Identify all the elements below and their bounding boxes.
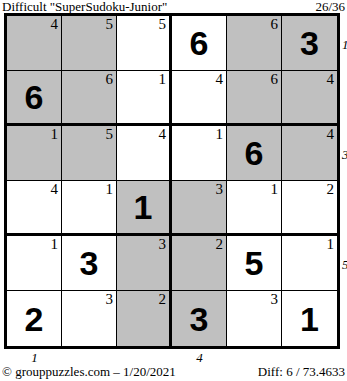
row-label-5: 5 bbox=[342, 257, 347, 270]
given-digit: 3 bbox=[190, 302, 209, 336]
cell-r4c5[interactable]: 1 bbox=[227, 181, 282, 236]
pencil-mark: 4 bbox=[51, 17, 59, 32]
puzzle-page: Difficult "SuperSudoku-Junior" 26/36 455… bbox=[0, 0, 347, 381]
pencil-mark: 4 bbox=[216, 72, 224, 87]
cell-r5c4[interactable]: 2 bbox=[172, 236, 227, 291]
pencil-mark: 1 bbox=[271, 182, 279, 197]
pencil-mark: 3 bbox=[159, 237, 167, 252]
cell-r1c3[interactable]: 5 bbox=[117, 16, 172, 71]
pencil-mark: 1 bbox=[327, 237, 335, 252]
col-label-1: 1 bbox=[31, 351, 38, 364]
pencil-mark: 1 bbox=[51, 237, 59, 252]
pencil-mark: 4 bbox=[327, 72, 335, 87]
given-digit: 2 bbox=[25, 302, 44, 336]
pencil-mark: 3 bbox=[216, 182, 224, 197]
cell-r1c5[interactable]: 6 bbox=[227, 16, 282, 71]
cell-r5c6[interactable]: 1 bbox=[282, 236, 337, 291]
cell-r4c3[interactable]: 1 bbox=[117, 181, 172, 236]
cell-r1c2[interactable]: 5 bbox=[62, 16, 117, 71]
pencil-mark: 5 bbox=[106, 127, 114, 142]
cell-r2c1[interactable]: 6 bbox=[7, 71, 62, 126]
pencil-mark: 1 bbox=[159, 72, 167, 87]
copyright-text: © grouppuzzles.com – 1/20/2021 bbox=[2, 365, 176, 379]
cell-r2c6[interactable]: 4 bbox=[282, 71, 337, 126]
pencil-mark: 4 bbox=[327, 127, 335, 142]
given-digit: 1 bbox=[300, 302, 319, 336]
cell-r6c5[interactable]: 3 bbox=[227, 291, 282, 346]
cell-r3c1[interactable]: 1 bbox=[7, 126, 62, 181]
given-digit: 1 bbox=[134, 190, 153, 224]
cell-r1c4[interactable]: 6 bbox=[172, 16, 227, 71]
cell-r1c6[interactable]: 3 bbox=[282, 16, 337, 71]
pencil-mark: 6 bbox=[271, 72, 279, 87]
given-digit: 3 bbox=[80, 246, 99, 280]
cell-r5c3[interactable]: 3 bbox=[117, 236, 172, 291]
cell-r2c5[interactable]: 6 bbox=[227, 71, 282, 126]
cell-r3c5[interactable]: 6 bbox=[227, 126, 282, 181]
cell-r5c5[interactable]: 5 bbox=[227, 236, 282, 291]
pencil-mark: 5 bbox=[159, 17, 167, 32]
pencil-mark: 5 bbox=[106, 17, 114, 32]
cell-r5c2[interactable]: 3 bbox=[62, 236, 117, 291]
cell-r4c4[interactable]: 3 bbox=[172, 181, 227, 236]
title-bar: Difficult "SuperSudoku-Junior" 26/36 bbox=[2, 0, 345, 13]
pencil-mark: 2 bbox=[327, 182, 335, 197]
pencil-mark: 2 bbox=[216, 237, 224, 252]
puzzle-counter: 26/36 bbox=[315, 0, 345, 13]
cell-r6c2[interactable]: 3 bbox=[62, 291, 117, 346]
pencil-mark: 2 bbox=[159, 292, 167, 307]
cell-r3c2[interactable]: 5 bbox=[62, 126, 117, 181]
pencil-mark: 3 bbox=[106, 292, 114, 307]
cell-r4c1[interactable]: 4 bbox=[7, 181, 62, 236]
row-label-3: 3 bbox=[342, 147, 347, 160]
cell-r1c1[interactable]: 4 bbox=[7, 16, 62, 71]
given-digit: 6 bbox=[25, 80, 44, 114]
pencil-mark: 1 bbox=[106, 182, 114, 197]
col-label-4: 4 bbox=[196, 351, 203, 364]
pencil-mark: 4 bbox=[51, 182, 59, 197]
pencil-mark: 6 bbox=[271, 17, 279, 32]
cell-r3c3[interactable]: 4 bbox=[117, 126, 172, 181]
difficulty-text: Diff: 6 / 73.4633 bbox=[258, 365, 345, 379]
page-title: Difficult "SuperSudoku-Junior" bbox=[2, 0, 167, 13]
given-digit: 6 bbox=[190, 26, 209, 60]
given-digit: 3 bbox=[300, 26, 319, 60]
pencil-mark: 6 bbox=[106, 72, 114, 87]
cell-r6c4[interactable]: 3 bbox=[172, 291, 227, 346]
pencil-mark: 4 bbox=[159, 127, 167, 142]
given-digit: 5 bbox=[245, 246, 264, 280]
pencil-mark: 3 bbox=[271, 292, 279, 307]
footer-bar: © grouppuzzles.com – 1/20/2021 Diff: 6 /… bbox=[2, 365, 345, 379]
cell-r4c6[interactable]: 2 bbox=[282, 181, 337, 236]
pencil-mark: 1 bbox=[51, 127, 59, 142]
cell-r6c3[interactable]: 2 bbox=[117, 291, 172, 346]
cell-r6c1[interactable]: 2 bbox=[7, 291, 62, 346]
cell-r4c2[interactable]: 1 bbox=[62, 181, 117, 236]
cell-r3c4[interactable]: 1 bbox=[172, 126, 227, 181]
cell-r6c6[interactable]: 1 bbox=[282, 291, 337, 346]
given-digit: 6 bbox=[245, 136, 264, 170]
row-label-1: 1 bbox=[342, 37, 347, 50]
cell-r3c6[interactable]: 4 bbox=[282, 126, 337, 181]
cell-r2c2[interactable]: 6 bbox=[62, 71, 117, 126]
cell-r2c3[interactable]: 1 bbox=[117, 71, 172, 126]
cell-r5c1[interactable]: 1 bbox=[7, 236, 62, 291]
sudoku-board: 455663661464154164411312133251232331 bbox=[4, 13, 340, 349]
pencil-mark: 1 bbox=[216, 127, 224, 142]
cell-r2c4[interactable]: 4 bbox=[172, 71, 227, 126]
